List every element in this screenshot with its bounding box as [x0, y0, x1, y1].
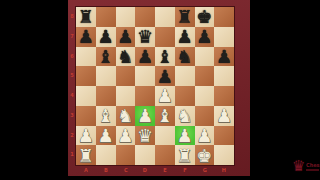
file-label-e: E [160, 168, 170, 174]
square-f1[interactable]: ♜ [175, 145, 195, 165]
square-e2[interactable] [155, 126, 175, 146]
piece-white-bishop: ♝ [157, 106, 173, 125]
square-h5[interactable] [214, 66, 234, 86]
file-label-g: G [199, 168, 209, 174]
piece-white-king: ♚ [196, 146, 212, 165]
rank-label-2: 2 [70, 130, 74, 140]
square-d8[interactable] [135, 7, 155, 27]
piece-white-knight: ♞ [177, 106, 193, 125]
square-f4[interactable] [175, 86, 195, 106]
piece-white-pawn: ♟ [196, 126, 212, 145]
piece-white-pawn: ♟ [78, 126, 94, 145]
rank-label-4: 4 [70, 91, 74, 101]
chess-piece-logo-icon: ♛ [292, 159, 305, 174]
piece-white-pawn: ♟ [117, 126, 133, 145]
piece-black-pawn: ♟ [196, 27, 212, 46]
file-label-h: H [219, 168, 229, 174]
square-f2[interactable]: ♟ [175, 126, 195, 146]
square-d3[interactable]: ♟ [135, 106, 155, 126]
piece-white-pawn: ♟ [216, 106, 232, 125]
square-c8[interactable] [116, 7, 136, 27]
square-c3[interactable]: ♞ [116, 106, 136, 126]
file-labels: ABCDEFGH [76, 165, 234, 175]
square-h2[interactable] [214, 126, 234, 146]
board-frame: ♜♜♚♟♟♟♛♟♟♝♞♟♝♞♟♟♟♝♞♟♝♞♟♟♟♟♛♟♟♜♜♚ 8765432… [68, 0, 250, 176]
piece-white-pawn: ♟ [98, 126, 114, 145]
piece-black-bishop: ♝ [98, 47, 114, 66]
square-f5[interactable] [175, 66, 195, 86]
square-a7[interactable]: ♟ [76, 27, 96, 47]
rank-label-1: 1 [70, 150, 74, 160]
piece-black-pawn: ♟ [98, 27, 114, 46]
rank-label-3: 3 [70, 111, 74, 121]
file-label-b: B [101, 168, 111, 174]
square-e3[interactable]: ♝ [155, 106, 175, 126]
square-g3[interactable] [195, 106, 215, 126]
piece-white-pawn: ♟ [137, 106, 153, 125]
square-e7[interactable] [155, 27, 175, 47]
square-h8[interactable] [214, 7, 234, 27]
piece-black-pawn: ♟ [216, 47, 232, 66]
square-b8[interactable] [96, 7, 116, 27]
square-b3[interactable]: ♝ [96, 106, 116, 126]
square-h3[interactable]: ♟ [214, 106, 234, 126]
file-label-f: F [180, 168, 190, 174]
piece-black-pawn: ♟ [137, 47, 153, 66]
square-c4[interactable] [116, 86, 136, 106]
rank-label-8: 8 [70, 12, 74, 22]
square-d7[interactable]: ♛ [135, 27, 155, 47]
square-h7[interactable] [214, 27, 234, 47]
piece-black-pawn: ♟ [78, 27, 94, 46]
square-e4[interactable]: ♟ [155, 86, 175, 106]
square-c7[interactable]: ♟ [116, 27, 136, 47]
square-g5[interactable] [195, 66, 215, 86]
piece-white-bishop: ♝ [98, 106, 114, 125]
square-g2[interactable]: ♟ [195, 126, 215, 146]
square-a5[interactable] [76, 66, 96, 86]
piece-white-queen: ♛ [137, 126, 153, 145]
square-c5[interactable] [116, 66, 136, 86]
square-b1[interactable] [96, 145, 116, 165]
square-b2[interactable]: ♟ [96, 126, 116, 146]
square-c2[interactable]: ♟ [116, 126, 136, 146]
square-g4[interactable] [195, 86, 215, 106]
piece-black-king: ♚ [196, 7, 212, 26]
piece-white-pawn: ♟ [177, 126, 193, 145]
square-b5[interactable] [96, 66, 116, 86]
square-a3[interactable] [76, 106, 96, 126]
square-g8[interactable]: ♚ [195, 7, 215, 27]
square-d4[interactable] [135, 86, 155, 106]
square-b4[interactable] [96, 86, 116, 106]
square-g1[interactable]: ♚ [195, 145, 215, 165]
rank-label-6: 6 [70, 51, 74, 61]
piece-white-rook: ♜ [78, 146, 94, 165]
piece-black-knight: ♞ [177, 47, 193, 66]
chess-board: ♜♜♚♟♟♟♛♟♟♝♞♟♝♞♟♟♟♝♞♟♝♞♟♟♟♟♛♟♟♜♜♚ [76, 7, 234, 165]
file-label-c: C [120, 168, 130, 174]
square-f3[interactable]: ♞ [175, 106, 195, 126]
square-e5[interactable]: ♟ [155, 66, 175, 86]
rank-label-5: 5 [70, 71, 74, 81]
square-d6[interactable]: ♟ [135, 47, 155, 67]
square-b6[interactable]: ♝ [96, 47, 116, 67]
piece-black-knight: ♞ [117, 47, 133, 66]
square-d2[interactable]: ♛ [135, 126, 155, 146]
piece-black-queen: ♛ [137, 27, 153, 46]
square-d1[interactable] [135, 145, 155, 165]
piece-white-pawn: ♟ [157, 86, 173, 105]
file-label-a: A [81, 168, 91, 174]
square-a6[interactable] [76, 47, 96, 67]
rank-labels: 87654321 [68, 7, 76, 165]
square-h1[interactable] [214, 145, 234, 165]
channel-logo: ♛ Chess [292, 155, 320, 177]
rank-label-7: 7 [70, 32, 74, 42]
square-e6[interactable]: ♝ [155, 47, 175, 67]
piece-black-bishop: ♝ [157, 47, 173, 66]
square-a2[interactable]: ♟ [76, 126, 96, 146]
logo-text-block: Chess [306, 162, 320, 171]
logo-text: Chess [306, 163, 320, 166]
logo-underline [306, 169, 319, 171]
piece-white-rook: ♜ [177, 146, 193, 165]
piece-black-pawn: ♟ [117, 27, 133, 46]
square-a4[interactable] [76, 86, 96, 106]
square-g6[interactable] [195, 47, 215, 67]
square-f6[interactable]: ♞ [175, 47, 195, 67]
square-f8[interactable]: ♜ [175, 7, 195, 27]
piece-black-pawn: ♟ [177, 27, 193, 46]
square-c1[interactable] [116, 145, 136, 165]
square-g7[interactable]: ♟ [195, 27, 215, 47]
square-f7[interactable]: ♟ [175, 27, 195, 47]
square-b7[interactable]: ♟ [96, 27, 116, 47]
square-c6[interactable]: ♞ [116, 47, 136, 67]
square-e8[interactable] [155, 7, 175, 27]
square-e1[interactable] [155, 145, 175, 165]
square-h4[interactable] [214, 86, 234, 106]
square-d5[interactable] [135, 66, 155, 86]
piece-black-rook: ♜ [78, 7, 94, 26]
piece-white-knight: ♞ [117, 106, 133, 125]
square-a1[interactable]: ♜ [76, 145, 96, 165]
square-a8[interactable]: ♜ [76, 7, 96, 27]
square-h6[interactable]: ♟ [214, 47, 234, 67]
file-label-d: D [140, 168, 150, 174]
piece-black-rook: ♜ [177, 7, 193, 26]
piece-black-pawn: ♟ [157, 67, 173, 86]
